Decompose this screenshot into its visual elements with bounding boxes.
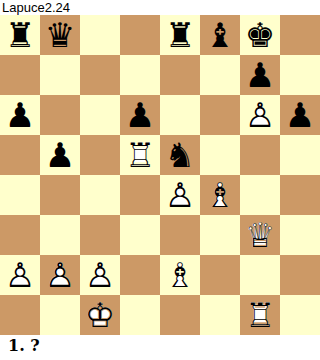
piece-white-rook[interactable]: ♖ (120, 135, 160, 175)
square-d5[interactable]: ♜♖ (120, 135, 160, 175)
square-h1[interactable] (280, 295, 320, 335)
square-d2[interactable] (120, 255, 160, 295)
square-f1[interactable] (200, 295, 240, 335)
square-b5[interactable]: ♟ (40, 135, 80, 175)
square-e5[interactable]: ♞ (160, 135, 200, 175)
piece-black-bishop[interactable]: ♝ (200, 15, 240, 55)
square-e1[interactable] (160, 295, 200, 335)
square-d6[interactable]: ♟ (120, 95, 160, 135)
piece-white-pawn[interactable]: ♙ (80, 255, 120, 295)
piece-white-pawn[interactable]: ♙ (160, 175, 200, 215)
piece-black-knight[interactable]: ♞ (160, 135, 200, 175)
square-b7[interactable] (40, 55, 80, 95)
piece-black-pawn[interactable]: ♟ (40, 135, 80, 175)
piece-white-rook[interactable]: ♖ (240, 295, 280, 335)
chess-board: ♜♛♜♝♚♟♟♟♟♙♟♟♜♖♞♟♙♝♗♛♕♟♙♟♙♟♙♝♗♚♔♜♖ (0, 15, 320, 335)
square-e8[interactable]: ♜ (160, 15, 200, 55)
piece-white-bishop[interactable]: ♗ (200, 175, 240, 215)
square-h4[interactable] (280, 175, 320, 215)
puzzle-title: Lapuce2.24 (0, 0, 70, 15)
piece-black-pawn[interactable]: ♟ (0, 95, 40, 135)
square-d4[interactable] (120, 175, 160, 215)
square-h6[interactable]: ♟ (280, 95, 320, 135)
square-h5[interactable] (280, 135, 320, 175)
piece-black-pawn[interactable]: ♟ (120, 95, 160, 135)
square-g1[interactable]: ♜♖ (240, 295, 280, 335)
square-d7[interactable] (120, 55, 160, 95)
square-b1[interactable] (40, 295, 80, 335)
square-f5[interactable] (200, 135, 240, 175)
piece-white-bishop[interactable]: ♗ (160, 255, 200, 295)
square-a8[interactable]: ♜ (0, 15, 40, 55)
piece-white-pawn[interactable]: ♙ (40, 255, 80, 295)
piece-white-pawn[interactable]: ♙ (240, 95, 280, 135)
square-b8[interactable]: ♛ (40, 15, 80, 55)
piece-black-queen[interactable]: ♛ (40, 15, 80, 55)
square-g3[interactable]: ♛♕ (240, 215, 280, 255)
piece-black-king[interactable]: ♚ (240, 15, 280, 55)
piece-white-king[interactable]: ♔ (80, 295, 120, 335)
square-a7[interactable] (0, 55, 40, 95)
square-f4[interactable]: ♝♗ (200, 175, 240, 215)
square-c7[interactable] (80, 55, 120, 95)
piece-white-queen[interactable]: ♕ (240, 215, 280, 255)
move-prompt: 1. ? (0, 335, 40, 357)
square-f3[interactable] (200, 215, 240, 255)
square-f7[interactable] (200, 55, 240, 95)
piece-black-rook[interactable]: ♜ (0, 15, 40, 55)
square-a2[interactable]: ♟♙ (0, 255, 40, 295)
square-g2[interactable] (240, 255, 280, 295)
square-c5[interactable] (80, 135, 120, 175)
status-bar: 1. ? (0, 335, 320, 360)
square-a3[interactable] (0, 215, 40, 255)
square-e4[interactable]: ♟♙ (160, 175, 200, 215)
square-c6[interactable] (80, 95, 120, 135)
square-g5[interactable] (240, 135, 280, 175)
square-d8[interactable] (120, 15, 160, 55)
square-g6[interactable]: ♟♙ (240, 95, 280, 135)
square-f6[interactable] (200, 95, 240, 135)
square-e7[interactable] (160, 55, 200, 95)
square-f2[interactable] (200, 255, 240, 295)
square-b3[interactable] (40, 215, 80, 255)
title-bar: Lapuce2.24 (0, 0, 320, 15)
square-e3[interactable] (160, 215, 200, 255)
square-d3[interactable] (120, 215, 160, 255)
square-b4[interactable] (40, 175, 80, 215)
square-a4[interactable] (0, 175, 40, 215)
square-b2[interactable]: ♟♙ (40, 255, 80, 295)
square-a6[interactable]: ♟ (0, 95, 40, 135)
piece-black-pawn[interactable]: ♟ (280, 95, 320, 135)
square-f8[interactable]: ♝ (200, 15, 240, 55)
square-e6[interactable] (160, 95, 200, 135)
square-b6[interactable] (40, 95, 80, 135)
square-a1[interactable] (0, 295, 40, 335)
square-a5[interactable] (0, 135, 40, 175)
square-h2[interactable] (280, 255, 320, 295)
square-g8[interactable]: ♚ (240, 15, 280, 55)
piece-black-pawn[interactable]: ♟ (240, 55, 280, 95)
square-h3[interactable] (280, 215, 320, 255)
square-c8[interactable] (80, 15, 120, 55)
square-c4[interactable] (80, 175, 120, 215)
square-e2[interactable]: ♝♗ (160, 255, 200, 295)
piece-white-pawn[interactable]: ♙ (0, 255, 40, 295)
square-c1[interactable]: ♚♔ (80, 295, 120, 335)
square-g4[interactable] (240, 175, 280, 215)
square-g7[interactable]: ♟ (240, 55, 280, 95)
square-h8[interactable] (280, 15, 320, 55)
square-h7[interactable] (280, 55, 320, 95)
square-c3[interactable] (80, 215, 120, 255)
square-c2[interactable]: ♟♙ (80, 255, 120, 295)
square-d1[interactable] (120, 295, 160, 335)
piece-black-rook[interactable]: ♜ (160, 15, 200, 55)
